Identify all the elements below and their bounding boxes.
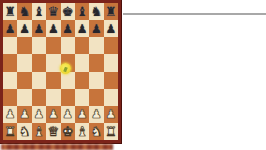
square-c5[interactable] bbox=[32, 54, 46, 71]
square-e8[interactable]: ♚ bbox=[61, 3, 75, 20]
square-b3[interactable] bbox=[17, 89, 31, 106]
square-a1[interactable]: ♜ bbox=[3, 123, 17, 140]
square-b6[interactable] bbox=[17, 37, 31, 54]
square-a7[interactable]: ♟ bbox=[3, 20, 17, 37]
piece-black-pawn: ♟ bbox=[48, 22, 59, 34]
square-b8[interactable]: ♞ bbox=[17, 3, 31, 20]
square-e3[interactable] bbox=[61, 89, 75, 106]
square-h6[interactable] bbox=[104, 37, 118, 54]
piece-black-rook: ♜ bbox=[4, 5, 16, 18]
square-e1[interactable]: ♚ bbox=[61, 123, 75, 140]
separator-line bbox=[123, 13, 266, 15]
piece-white-pawn: ♟ bbox=[62, 108, 73, 120]
square-d3[interactable] bbox=[46, 89, 60, 106]
square-d6[interactable] bbox=[46, 37, 60, 54]
square-f4[interactable] bbox=[75, 72, 89, 89]
piece-black-pawn: ♟ bbox=[77, 22, 88, 34]
square-f7[interactable]: ♟ bbox=[75, 20, 89, 37]
square-d5[interactable] bbox=[46, 54, 60, 71]
square-d1[interactable]: ♛ bbox=[46, 123, 60, 140]
square-g5[interactable] bbox=[89, 54, 103, 71]
watermark-blur bbox=[1, 144, 113, 150]
square-c2[interactable]: ♟ bbox=[32, 106, 46, 123]
piece-white-bishop: ♝ bbox=[33, 124, 45, 137]
square-e4[interactable] bbox=[61, 72, 75, 89]
piece-black-bishop: ♝ bbox=[76, 5, 88, 18]
square-h7[interactable]: ♟ bbox=[104, 20, 118, 37]
square-a2[interactable]: ♟ bbox=[3, 106, 17, 123]
square-f8[interactable]: ♝ bbox=[75, 3, 89, 20]
square-b5[interactable] bbox=[17, 54, 31, 71]
square-a4[interactable] bbox=[3, 72, 17, 89]
square-b2[interactable]: ♟ bbox=[17, 106, 31, 123]
piece-black-pawn: ♟ bbox=[62, 22, 73, 34]
piece-white-king: ♚ bbox=[62, 124, 74, 137]
square-g7[interactable]: ♟ bbox=[89, 20, 103, 37]
square-g6[interactable] bbox=[89, 37, 103, 54]
piece-white-rook: ♜ bbox=[4, 124, 16, 137]
square-e7[interactable]: ♟ bbox=[61, 20, 75, 37]
square-h8[interactable]: ♜ bbox=[104, 3, 118, 20]
piece-white-pawn: ♟ bbox=[19, 108, 30, 120]
piece-white-pawn: ♟ bbox=[34, 108, 45, 120]
piece-black-bishop: ♝ bbox=[33, 5, 45, 18]
piece-white-knight: ♞ bbox=[19, 124, 31, 137]
piece-black-rook: ♜ bbox=[105, 5, 117, 18]
piece-white-pawn: ♟ bbox=[48, 108, 59, 120]
square-f6[interactable] bbox=[75, 37, 89, 54]
piece-black-knight: ♞ bbox=[19, 5, 31, 18]
square-d8[interactable]: ♛ bbox=[46, 3, 60, 20]
piece-white-pawn: ♟ bbox=[105, 108, 116, 120]
piece-white-rook: ♜ bbox=[105, 124, 117, 137]
square-d4[interactable] bbox=[46, 72, 60, 89]
piece-black-king: ♚ bbox=[62, 5, 74, 18]
piece-black-pawn: ♟ bbox=[19, 22, 30, 34]
square-b4[interactable] bbox=[17, 72, 31, 89]
square-f2[interactable]: ♟ bbox=[75, 106, 89, 123]
piece-white-pawn: ♟ bbox=[91, 108, 102, 120]
square-g3[interactable] bbox=[89, 89, 103, 106]
video-frame: ♜♞♝♛♚♝♞♜♟♟♟♟♟♟♟♟♟♟♟♟♟♟♟♟♜♞♝♛♚♝♞♜ bbox=[0, 0, 266, 150]
square-b7[interactable]: ♟ bbox=[17, 20, 31, 37]
square-f5[interactable] bbox=[75, 54, 89, 71]
square-a3[interactable] bbox=[3, 89, 17, 106]
square-h5[interactable] bbox=[104, 54, 118, 71]
piece-white-queen: ♛ bbox=[47, 124, 59, 137]
piece-black-pawn: ♟ bbox=[91, 22, 102, 34]
piece-white-knight: ♞ bbox=[91, 124, 103, 137]
square-d7[interactable]: ♟ bbox=[46, 20, 60, 37]
square-e6[interactable] bbox=[61, 37, 75, 54]
cursor-icon bbox=[63, 67, 68, 73]
square-c3[interactable] bbox=[32, 89, 46, 106]
square-a5[interactable] bbox=[3, 54, 17, 71]
square-g1[interactable]: ♞ bbox=[89, 123, 103, 140]
square-b1[interactable]: ♞ bbox=[17, 123, 31, 140]
piece-black-knight: ♞ bbox=[91, 5, 103, 18]
piece-black-queen: ♛ bbox=[47, 5, 59, 18]
side-panel bbox=[123, 0, 266, 150]
square-c1[interactable]: ♝ bbox=[32, 123, 46, 140]
square-c8[interactable]: ♝ bbox=[32, 3, 46, 20]
piece-white-bishop: ♝ bbox=[76, 124, 88, 137]
square-h3[interactable] bbox=[104, 89, 118, 106]
piece-black-pawn: ♟ bbox=[34, 22, 45, 34]
square-f3[interactable] bbox=[75, 89, 89, 106]
piece-white-pawn: ♟ bbox=[5, 108, 16, 120]
square-g8[interactable]: ♞ bbox=[89, 3, 103, 20]
square-c6[interactable] bbox=[32, 37, 46, 54]
square-f1[interactable]: ♝ bbox=[75, 123, 89, 140]
square-g4[interactable] bbox=[89, 72, 103, 89]
square-h2[interactable]: ♟ bbox=[104, 106, 118, 123]
square-h1[interactable]: ♜ bbox=[104, 123, 118, 140]
square-e2[interactable]: ♟ bbox=[61, 106, 75, 123]
square-d2[interactable]: ♟ bbox=[46, 106, 60, 123]
piece-black-pawn: ♟ bbox=[105, 22, 116, 34]
cursor-highlight bbox=[60, 63, 71, 74]
square-a8[interactable]: ♜ bbox=[3, 3, 17, 20]
piece-black-pawn: ♟ bbox=[5, 22, 16, 34]
square-g2[interactable]: ♟ bbox=[89, 106, 103, 123]
square-h4[interactable] bbox=[104, 72, 118, 89]
square-c7[interactable]: ♟ bbox=[32, 20, 46, 37]
piece-white-pawn: ♟ bbox=[77, 108, 88, 120]
square-c4[interactable] bbox=[32, 72, 46, 89]
square-a6[interactable] bbox=[3, 37, 17, 54]
